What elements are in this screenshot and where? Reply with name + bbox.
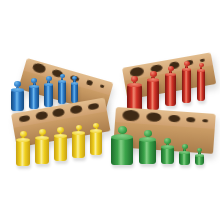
cylinder-body	[44, 84, 53, 107]
cylinder-blue-1	[11, 81, 24, 111]
cylinder-top-cap	[179, 151, 190, 154]
block-hole	[200, 59, 205, 63]
cylinder-top-cap	[90, 129, 102, 132]
cylinder-body	[165, 74, 176, 106]
cylinder-body	[54, 136, 67, 161]
cylinder-blue-5	[71, 76, 78, 103]
cylinder-yellow-3	[54, 127, 67, 161]
cylinder-top-cap	[147, 78, 159, 81]
cylinder-blue-3	[44, 76, 53, 107]
cylinder-top-cap	[161, 145, 174, 149]
cylinder-body	[161, 147, 174, 164]
cylinder-top-cap	[71, 82, 78, 85]
cylinder-body	[182, 69, 191, 103]
cylinder-body	[72, 133, 85, 158]
cylinder-green-5	[195, 148, 204, 165]
cylinder-top-cap	[44, 83, 53, 86]
block-hole	[70, 105, 83, 114]
cylinder-yellow-2	[35, 129, 49, 164]
cylinder-top-cap	[182, 68, 191, 71]
cylinder-body	[29, 86, 39, 109]
cylinder-yellow-1	[16, 131, 30, 166]
block-hole	[187, 117, 196, 123]
block-hole	[88, 102, 100, 111]
block-hole	[122, 110, 140, 122]
cylinder-top-cap	[16, 138, 30, 142]
cylinder-knob	[118, 126, 127, 134]
cylinder-body	[16, 140, 30, 166]
toy-photo-scene	[0, 0, 220, 220]
cylinder-body	[90, 131, 102, 155]
cylinder-top-cap	[195, 154, 204, 157]
cylinder-red-4	[182, 61, 191, 103]
block-hole	[18, 114, 30, 123]
cylinder-body	[111, 137, 133, 165]
block-hole	[32, 63, 47, 74]
block-hole	[99, 84, 104, 88]
cylinder-body	[71, 83, 78, 103]
cylinder-top-cap	[139, 137, 156, 142]
cylinder-top-cap	[197, 69, 205, 72]
cylinder-green-3	[161, 138, 174, 164]
cylinder-body	[11, 90, 24, 111]
cylinder-red-2	[147, 71, 159, 110]
cylinder-yellow-4	[72, 125, 85, 158]
block-hole	[52, 108, 65, 117]
cylinder-body	[35, 138, 49, 164]
cylinder-top-cap	[127, 83, 142, 87]
cylinder-top-cap	[54, 134, 67, 138]
cylinder-top-cap	[29, 85, 39, 88]
block-hole	[168, 114, 180, 122]
cylinder-body	[58, 81, 66, 104]
block-hole	[86, 80, 93, 86]
cylinder-body	[179, 152, 190, 165]
cylinder-knob	[144, 130, 152, 137]
cylinder-green-4	[179, 144, 190, 165]
cylinder-top-cap	[72, 131, 85, 135]
cylinder-top-cap	[111, 134, 133, 140]
cylinder-body	[147, 80, 159, 110]
cylinder-body	[195, 155, 204, 165]
cylinder-green-1	[111, 126, 133, 165]
cylinder-body	[139, 140, 156, 164]
cylinder-yellow-5	[90, 123, 102, 155]
cylinder-top-cap	[35, 136, 49, 140]
cylinder-top-cap	[58, 80, 66, 83]
block-hole	[146, 112, 162, 122]
cylinder-red-5	[197, 63, 205, 101]
cylinder-body	[197, 70, 205, 101]
cylinder-blue-4	[58, 74, 66, 104]
cylinder-red-3	[165, 66, 176, 106]
block-hole	[35, 111, 48, 120]
cylinder-green-2	[139, 130, 156, 164]
cylinder-top-cap	[165, 73, 176, 76]
cylinder-top-cap	[11, 88, 24, 92]
cylinder-blue-2	[29, 78, 39, 109]
block-hole	[202, 119, 208, 123]
